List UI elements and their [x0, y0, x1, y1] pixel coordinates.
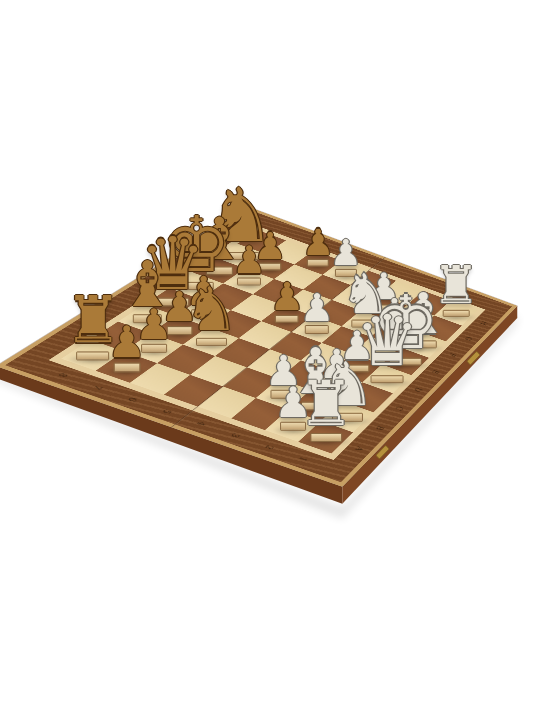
chess-set-photo: 12345678ABCDEFGH ♞♝♚♟♛♟♟♝♟♟♜♟♟♟♞♟♟♟♞♟♜♟♟… — [0, 0, 540, 720]
